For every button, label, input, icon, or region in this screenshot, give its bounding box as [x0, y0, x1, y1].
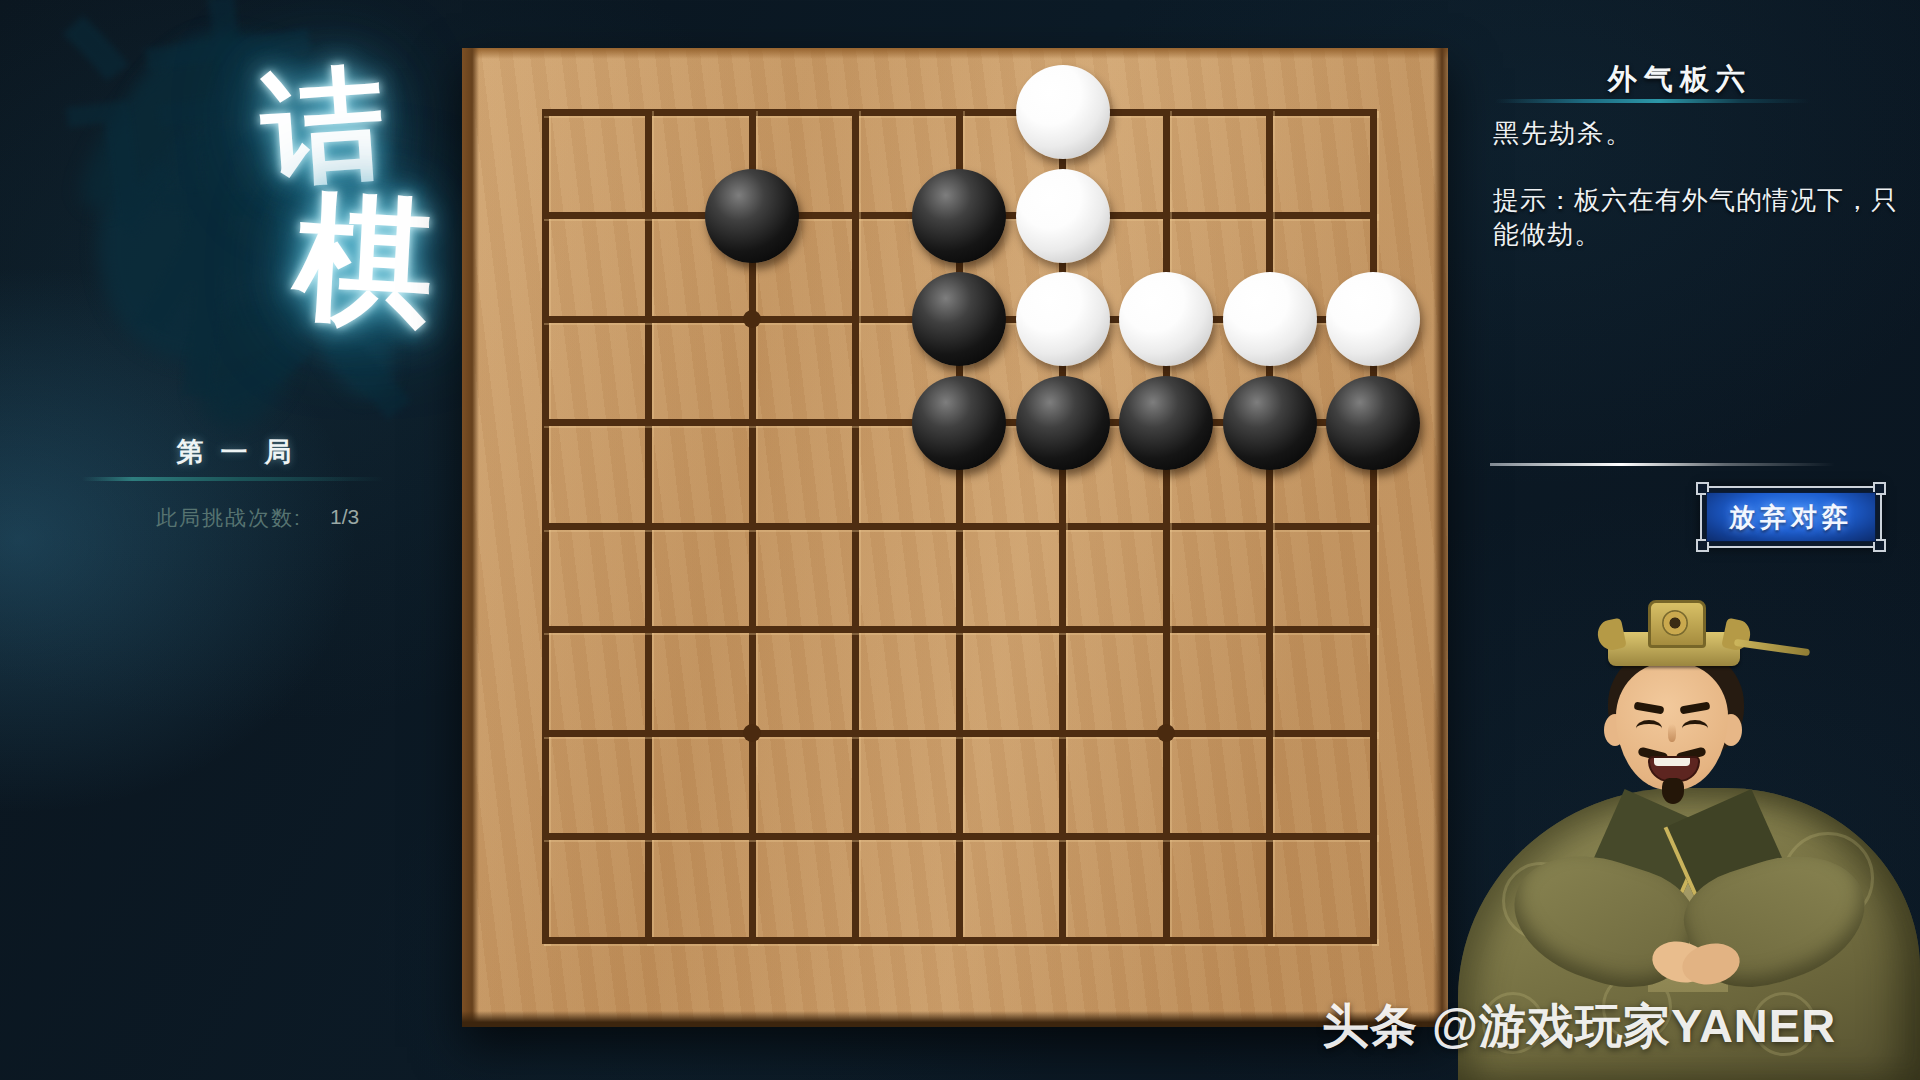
crown-jewel — [1662, 610, 1688, 636]
attempts-label: 此局挑战次数: — [156, 504, 302, 532]
puzzle-title: 外气板六 — [1490, 60, 1870, 100]
puzzle-logo: 诘 棋 诘 棋 — [90, 0, 410, 430]
attempts-value: 1/3 — [330, 505, 359, 529]
watermark-text: 头条 @游戏玩家YANER — [1322, 995, 1836, 1058]
logo-char-jie: 诘 — [258, 62, 388, 192]
board-edge-top — [462, 48, 1448, 59]
board-edge-bottom — [462, 1011, 1448, 1027]
crown-hairpin — [1734, 639, 1810, 657]
abandon-game-button[interactable]: 放弃对弈 — [1700, 486, 1882, 548]
logo-char-qi: 棋 — [291, 189, 436, 334]
board-edge-right — [1433, 48, 1448, 1027]
title-divider — [1495, 99, 1810, 103]
emperor-teeth — [1654, 758, 1690, 766]
board-edge-left — [462, 48, 479, 1027]
abandon-button-label: 放弃对弈 — [1729, 500, 1853, 535]
button-face: 放弃对弈 — [1706, 492, 1876, 542]
left-panel-divider — [82, 477, 397, 481]
task-text: 黑先劫杀。 — [1493, 116, 1633, 151]
hint-text-line1: 提示：板六在有外气的情况下，只 — [1493, 183, 1898, 218]
go-board[interactable] — [462, 48, 1448, 1027]
button-divider — [1490, 463, 1835, 466]
crown-wing — [1595, 618, 1627, 653]
hint-text-line2: 能做劫。 — [1493, 217, 1601, 252]
game-screen: 诘 棋 诘 棋 第一局 此局挑战次数: 1/3 外气板六 黑先劫杀。 提示：板六… — [0, 0, 1920, 1080]
round-label: 第一局 — [85, 434, 400, 470]
emperor-eye — [1636, 720, 1662, 737]
emperor-nose — [1668, 724, 1676, 742]
emperor-eye — [1682, 720, 1708, 737]
emperor-goatee — [1662, 778, 1684, 804]
